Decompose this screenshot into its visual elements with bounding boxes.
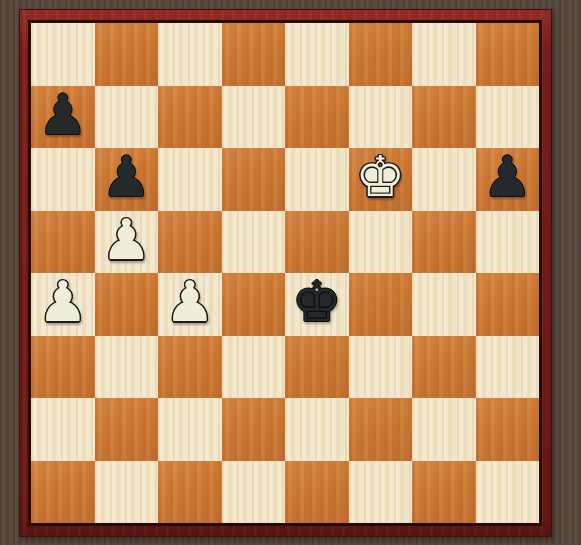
square-g5[interactable] [412,211,476,274]
square-c5[interactable] [158,211,222,274]
square-g4[interactable] [412,273,476,336]
square-a2[interactable] [31,398,95,461]
square-d1[interactable] [222,461,286,524]
square-g6[interactable] [412,148,476,211]
piece-black-pawn-h6[interactable]: ♟ [482,149,532,205]
square-f8[interactable] [349,23,413,86]
square-f5[interactable] [349,211,413,274]
square-g8[interactable] [412,23,476,86]
square-d2[interactable] [222,398,286,461]
square-b6[interactable]: ♟ [95,148,159,211]
chess-board: ♟♟♚♟♟♟♟♚ [31,23,539,523]
square-h3[interactable] [476,336,540,399]
square-e4[interactable]: ♚ [285,273,349,336]
square-b4[interactable] [95,273,159,336]
square-e1[interactable] [285,461,349,524]
square-a1[interactable] [31,461,95,524]
square-g2[interactable] [412,398,476,461]
square-g3[interactable] [412,336,476,399]
square-b5[interactable]: ♟ [95,211,159,274]
square-d6[interactable] [222,148,286,211]
piece-black-pawn-b6[interactable]: ♟ [101,149,151,205]
square-f1[interactable] [349,461,413,524]
square-d5[interactable] [222,211,286,274]
square-a5[interactable] [31,211,95,274]
square-e2[interactable] [285,398,349,461]
square-c2[interactable] [158,398,222,461]
square-e8[interactable] [285,23,349,86]
desk-background: ♟♟♚♟♟♟♟♚ [0,0,581,545]
square-h7[interactable] [476,86,540,149]
piece-white-pawn-b5[interactable]: ♟ [101,212,151,268]
square-h4[interactable] [476,273,540,336]
square-b7[interactable] [95,86,159,149]
piece-black-pawn-a7[interactable]: ♟ [38,87,88,143]
square-d3[interactable] [222,336,286,399]
square-a7[interactable]: ♟ [31,86,95,149]
square-d7[interactable] [222,86,286,149]
square-b8[interactable] [95,23,159,86]
square-f4[interactable] [349,273,413,336]
square-h6[interactable]: ♟ [476,148,540,211]
square-f6[interactable]: ♚ [349,148,413,211]
square-h1[interactable] [476,461,540,524]
board-frame: ♟♟♚♟♟♟♟♚ [19,9,552,537]
square-g1[interactable] [412,461,476,524]
piece-black-king-e4[interactable]: ♚ [292,274,342,330]
square-b2[interactable] [95,398,159,461]
square-g7[interactable] [412,86,476,149]
square-a4[interactable]: ♟ [31,273,95,336]
square-c3[interactable] [158,336,222,399]
square-b3[interactable] [95,336,159,399]
square-f3[interactable] [349,336,413,399]
square-a3[interactable] [31,336,95,399]
square-c4[interactable]: ♟ [158,273,222,336]
square-d4[interactable] [222,273,286,336]
square-e7[interactable] [285,86,349,149]
square-c6[interactable] [158,148,222,211]
square-e3[interactable] [285,336,349,399]
square-e5[interactable] [285,211,349,274]
square-a6[interactable] [31,148,95,211]
piece-white-king-f6[interactable]: ♚ [355,149,405,205]
square-c8[interactable] [158,23,222,86]
square-d8[interactable] [222,23,286,86]
square-h2[interactable] [476,398,540,461]
square-f2[interactable] [349,398,413,461]
square-h8[interactable] [476,23,540,86]
square-h5[interactable] [476,211,540,274]
piece-white-pawn-a4[interactable]: ♟ [38,274,88,330]
square-c7[interactable] [158,86,222,149]
piece-white-pawn-c4[interactable]: ♟ [165,274,215,330]
square-e6[interactable] [285,148,349,211]
square-b1[interactable] [95,461,159,524]
square-f7[interactable] [349,86,413,149]
square-c1[interactable] [158,461,222,524]
square-a8[interactable] [31,23,95,86]
